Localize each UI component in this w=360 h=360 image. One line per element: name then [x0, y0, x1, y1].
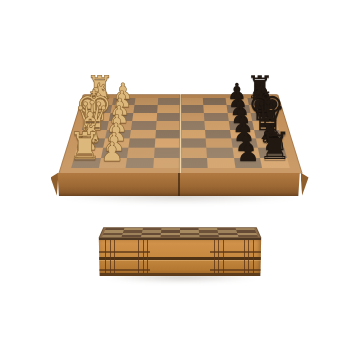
box-groove-vertical [143, 240, 144, 273]
box-top-square [161, 235, 180, 237]
chess-set-product-photo: ♜♟♟♜♞♟♟♞♝♟♟♝♚♟♟♚♛♟♟♛♝♟♟♝♞♟♟♞♜♟♟♜ [0, 0, 360, 360]
box-groove-vertical [244, 240, 245, 273]
box-groove-vertical [105, 240, 106, 273]
box-groove-vertical [223, 240, 224, 273]
box-groove-vertical [147, 240, 148, 273]
closed-box-front [98, 238, 262, 276]
box-groove-vertical [110, 240, 111, 273]
box-groove-horizontal [210, 251, 262, 252]
box-groove-horizontal [98, 251, 150, 252]
box-top-square [122, 235, 142, 237]
box-top-square [102, 235, 122, 237]
box-groove-vertical [248, 240, 249, 273]
box-top-square [218, 235, 238, 237]
box-top-square [180, 235, 199, 237]
front-fold-gap [178, 173, 180, 197]
closed-box-seam [98, 257, 262, 260]
box-groove-horizontal [210, 269, 262, 270]
box-top-square [141, 235, 161, 237]
box-groove-vertical [218, 240, 219, 273]
box-top-square [238, 235, 258, 237]
box-groove-vertical [214, 240, 215, 273]
board-front-edge [56, 173, 301, 197]
closed-box-top [99, 228, 262, 239]
box-groove-vertical [138, 240, 139, 273]
closed-box-checker-top [102, 229, 258, 238]
box-groove-vertical [253, 240, 254, 273]
box-top-square [199, 235, 219, 237]
box-groove-horizontal [98, 269, 150, 270]
box-groove-vertical [114, 240, 115, 273]
